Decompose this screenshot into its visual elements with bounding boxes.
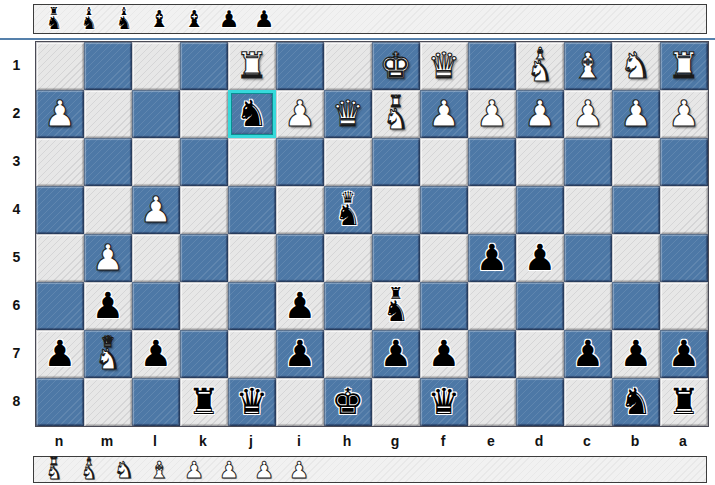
- black-pawn-piece[interactable]: ♟: [612, 330, 660, 378]
- square-c3[interactable]: [564, 138, 612, 186]
- square-d3[interactable]: [516, 138, 564, 186]
- square-k2[interactable]: [180, 90, 228, 138]
- white-archbishop-crown-glyph: ♝: [533, 47, 547, 60]
- white-pawn-piece[interactable]: ♟: [564, 90, 612, 138]
- square-d6[interactable]: [516, 282, 564, 330]
- square-n3[interactable]: [36, 138, 84, 186]
- square-g6[interactable]: ♜♞: [372, 282, 420, 330]
- file-label-l: l: [131, 428, 179, 454]
- square-n5[interactable]: [36, 234, 84, 282]
- square-m3[interactable]: [84, 138, 132, 186]
- black-chancellor-crown-glyph: ♜: [389, 287, 403, 300]
- square-c4[interactable]: [564, 186, 612, 234]
- black-archbishop-piece[interactable]: ♝♞: [74, 6, 104, 32]
- square-g5[interactable]: [372, 234, 420, 282]
- chess-board: ♜♚♛♝♞♝♞♜♟♞♟♛♜♞♟♟♟♟♟♟♟♛♞♟♟♟♟♟♜♞♟♛♞♟♟♟♟♟♟♟…: [35, 41, 709, 427]
- white-chancellor-piece[interactable]: ♜♞: [372, 90, 420, 138]
- square-e7[interactable]: [468, 330, 516, 378]
- black-pawn-piece[interactable]: ♟: [372, 330, 420, 378]
- black-pawn-piece[interactable]: ♟: [132, 330, 180, 378]
- square-b1[interactable]: ♞: [612, 42, 660, 90]
- square-e1[interactable]: [468, 42, 516, 90]
- square-c8[interactable]: [564, 378, 612, 426]
- square-j5[interactable]: [228, 234, 276, 282]
- square-n1[interactable]: [36, 42, 84, 90]
- square-g1[interactable]: ♚: [372, 42, 420, 90]
- square-e8[interactable]: [468, 378, 516, 426]
- square-i4[interactable]: [276, 186, 324, 234]
- white-rook-piece[interactable]: ♜: [660, 42, 708, 90]
- black-chancellor-piece[interactable]: ♜♞: [372, 282, 420, 330]
- square-h8[interactable]: ♚: [324, 378, 372, 426]
- square-e3[interactable]: [468, 138, 516, 186]
- square-m7[interactable]: ♛♞: [84, 330, 132, 378]
- square-g8[interactable]: [372, 378, 420, 426]
- square-i2[interactable]: ♟: [276, 90, 324, 138]
- white-knight-piece[interactable]: ♞: [612, 42, 660, 90]
- square-g4[interactable]: [372, 186, 420, 234]
- square-h1[interactable]: [324, 42, 372, 90]
- file-label-k: k: [179, 428, 227, 454]
- white-chancellor-crown-glyph: ♜: [389, 95, 403, 108]
- black-queen-piece[interactable]: ♛: [420, 378, 468, 426]
- white-pawn-piece[interactable]: ♟: [468, 90, 516, 138]
- white-pawn-piece[interactable]: ♟: [660, 90, 708, 138]
- black-pawn-piece[interactable]: ♟: [468, 234, 516, 282]
- rank-label-4: 4: [0, 185, 33, 233]
- square-a6[interactable]: [660, 282, 708, 330]
- square-k1[interactable]: [180, 42, 228, 90]
- square-l6[interactable]: [132, 282, 180, 330]
- square-i6[interactable]: ♟: [276, 282, 324, 330]
- square-d4[interactable]: [516, 186, 564, 234]
- square-a7[interactable]: ♟: [660, 330, 708, 378]
- rank-label-8: 8: [0, 377, 33, 425]
- square-l5[interactable]: [132, 234, 180, 282]
- square-k3[interactable]: [180, 138, 228, 186]
- black-pawn-piece[interactable]: ♟: [564, 330, 612, 378]
- file-label-d: d: [515, 428, 563, 454]
- file-label-m: m: [83, 428, 131, 454]
- white-pawn-piece[interactable]: ♟: [612, 90, 660, 138]
- square-f6[interactable]: [420, 282, 468, 330]
- rank-label-7: 7: [0, 329, 33, 377]
- square-g3[interactable]: [372, 138, 420, 186]
- square-m8[interactable]: [84, 378, 132, 426]
- white-pawn-piece[interactable]: ♟: [420, 90, 468, 138]
- square-h5[interactable]: [324, 234, 372, 282]
- white-queen-piece[interactable]: ♛: [420, 42, 468, 90]
- square-j7[interactable]: [228, 330, 276, 378]
- rank-label-6: 6: [0, 281, 33, 329]
- white-rook-piece[interactable]: ♜: [228, 42, 276, 90]
- white-bishop-piece[interactable]: ♝: [144, 457, 174, 483]
- square-a3[interactable]: [660, 138, 708, 186]
- square-n2[interactable]: ♟: [36, 90, 84, 138]
- square-f7[interactable]: ♟: [420, 330, 468, 378]
- black-chancellor-piece[interactable]: ♜♞: [39, 6, 69, 32]
- white-archbishop-body-glyph: ♞: [81, 464, 97, 482]
- square-f1[interactable]: ♛: [420, 42, 468, 90]
- file-label-g: g: [371, 428, 419, 454]
- square-k8[interactable]: ♜: [180, 378, 228, 426]
- square-b7[interactable]: ♟: [612, 330, 660, 378]
- square-e6[interactable]: [468, 282, 516, 330]
- file-label-i: i: [275, 428, 323, 454]
- white-queen-piece[interactable]: ♛: [324, 90, 372, 138]
- black-archbishop-body-glyph: ♞: [116, 14, 132, 32]
- square-g7[interactable]: ♟: [372, 330, 420, 378]
- white-archbishop-piece[interactable]: ♝♞: [516, 42, 564, 90]
- file-label-n: n: [35, 428, 83, 454]
- square-d2[interactable]: ♟: [516, 90, 564, 138]
- square-a2[interactable]: ♟: [660, 90, 708, 138]
- square-d8[interactable]: [516, 378, 564, 426]
- square-i5[interactable]: [276, 234, 324, 282]
- black-queen-piece[interactable]: ♛: [228, 378, 276, 426]
- file-label-b: b: [611, 428, 659, 454]
- square-k5[interactable]: [180, 234, 228, 282]
- square-l3[interactable]: [132, 138, 180, 186]
- square-c2[interactable]: ♟: [564, 90, 612, 138]
- black-king-piece[interactable]: ♚: [324, 378, 372, 426]
- black-rook-piece[interactable]: ♜: [180, 378, 228, 426]
- square-i3[interactable]: [276, 138, 324, 186]
- square-i7[interactable]: ♟: [276, 330, 324, 378]
- square-i8[interactable]: [276, 378, 324, 426]
- square-d1[interactable]: ♝♞: [516, 42, 564, 90]
- rank-label-2: 2: [0, 89, 33, 137]
- captured-white-pieces-tray: ♜♞♝♞♞♝♟♟♟♟: [33, 456, 707, 483]
- rank-labels: 12345678: [0, 41, 33, 425]
- square-c7[interactable]: ♟: [564, 330, 612, 378]
- file-label-c: c: [563, 428, 611, 454]
- white-amazon-crown-glyph: ♛: [101, 335, 115, 348]
- square-k7[interactable]: [180, 330, 228, 378]
- file-label-j: j: [227, 428, 275, 454]
- square-h4[interactable]: ♛♞: [324, 186, 372, 234]
- square-m6[interactable]: ♟: [84, 282, 132, 330]
- square-j3[interactable]: [228, 138, 276, 186]
- square-m1[interactable]: [84, 42, 132, 90]
- square-h3[interactable]: [324, 138, 372, 186]
- file-label-h: h: [323, 428, 371, 454]
- square-m4[interactable]: [84, 186, 132, 234]
- white-pawn-piece[interactable]: ♟: [284, 457, 314, 483]
- white-chancellor-body-glyph: ♞: [46, 464, 62, 482]
- file-labels: nmlkjihgfedcba: [35, 428, 707, 454]
- black-chancellor-body-glyph: ♞: [46, 14, 62, 32]
- white-amazon-piece[interactable]: ♛♞: [84, 330, 132, 378]
- square-k6[interactable]: [180, 282, 228, 330]
- black-pawn-piece[interactable]: ♟: [660, 330, 708, 378]
- black-rook-piece[interactable]: ♜: [660, 378, 708, 426]
- white-knight-piece[interactable]: ♞: [109, 457, 139, 483]
- square-d7[interactable]: [516, 330, 564, 378]
- square-a1[interactable]: ♜: [660, 42, 708, 90]
- square-h2[interactable]: ♛: [324, 90, 372, 138]
- square-l2[interactable]: [132, 90, 180, 138]
- black-pawn-piece[interactable]: ♟: [276, 282, 324, 330]
- square-n8[interactable]: [36, 378, 84, 426]
- square-e2[interactable]: ♟: [468, 90, 516, 138]
- square-n7[interactable]: ♟: [36, 330, 84, 378]
- square-l1[interactable]: [132, 42, 180, 90]
- square-m5[interactable]: ♟: [84, 234, 132, 282]
- square-c5[interactable]: [564, 234, 612, 282]
- square-i1[interactable]: [276, 42, 324, 90]
- file-label-f: f: [419, 428, 467, 454]
- black-amazon-piece[interactable]: ♛♞: [324, 186, 372, 234]
- white-pawn-piece[interactable]: ♟: [36, 90, 84, 138]
- black-pawn-piece[interactable]: ♟: [84, 282, 132, 330]
- square-n4[interactable]: [36, 186, 84, 234]
- square-b8[interactable]: ♞: [612, 378, 660, 426]
- white-king-piece[interactable]: ♚: [372, 42, 420, 90]
- square-k4[interactable]: [180, 186, 228, 234]
- square-f4[interactable]: [420, 186, 468, 234]
- rank-label-1: 1: [0, 41, 33, 89]
- square-l7[interactable]: ♟: [132, 330, 180, 378]
- square-a8[interactable]: ♜: [660, 378, 708, 426]
- white-pawn-piece[interactable]: ♟: [516, 90, 564, 138]
- black-pawn-piece[interactable]: ♟: [214, 6, 244, 32]
- square-j8[interactable]: ♛: [228, 378, 276, 426]
- black-bishop-piece[interactable]: ♝: [144, 6, 174, 32]
- square-f2[interactable]: ♟: [420, 90, 468, 138]
- square-a4[interactable]: [660, 186, 708, 234]
- square-f8[interactable]: ♛: [420, 378, 468, 426]
- black-knight-piece[interactable]: ♞: [228, 90, 276, 138]
- square-b5[interactable]: [612, 234, 660, 282]
- white-pawn-piece[interactable]: ♟: [179, 457, 209, 483]
- black-pawn-piece[interactable]: ♟: [420, 330, 468, 378]
- square-c1[interactable]: ♝: [564, 42, 612, 90]
- square-g2[interactable]: ♜♞: [372, 90, 420, 138]
- rank-label-3: 3: [0, 137, 33, 185]
- white-pawn-piece[interactable]: ♟: [276, 90, 324, 138]
- black-knight-piece[interactable]: ♞: [612, 378, 660, 426]
- white-bishop-piece[interactable]: ♝: [564, 42, 612, 90]
- square-h6[interactable]: [324, 282, 372, 330]
- square-d5[interactable]: ♟: [516, 234, 564, 282]
- square-m2[interactable]: [84, 90, 132, 138]
- square-e5[interactable]: ♟: [468, 234, 516, 282]
- black-archbishop-piece[interactable]: ♝♞: [109, 6, 139, 32]
- file-label-e: e: [467, 428, 515, 454]
- square-n6[interactable]: [36, 282, 84, 330]
- white-pawn-piece[interactable]: ♟: [132, 186, 180, 234]
- square-b3[interactable]: [612, 138, 660, 186]
- file-label-a: a: [659, 428, 707, 454]
- square-e4[interactable]: [468, 186, 516, 234]
- white-pawn-piece[interactable]: ♟: [84, 234, 132, 282]
- black-pawn-piece[interactable]: ♟: [249, 6, 279, 32]
- black-amazon-crown-glyph: ♛: [341, 191, 355, 204]
- square-b2[interactable]: ♟: [612, 90, 660, 138]
- square-j4[interactable]: [228, 186, 276, 234]
- black-pawn-piece[interactable]: ♟: [36, 330, 84, 378]
- square-l8[interactable]: [132, 378, 180, 426]
- square-j6[interactable]: [228, 282, 276, 330]
- square-j2[interactable]: ♞: [228, 90, 276, 138]
- white-archbishop-piece[interactable]: ♝♞: [74, 457, 104, 483]
- captured-black-pieces-tray: ♜♞♝♞♝♞♝♝♟♟: [33, 4, 707, 34]
- rank-label-5: 5: [0, 233, 33, 281]
- square-h7[interactable]: [324, 330, 372, 378]
- black-pawn-piece[interactable]: ♟: [276, 330, 324, 378]
- white-chancellor-piece[interactable]: ♜♞: [39, 457, 69, 483]
- white-pawn-piece[interactable]: ♟: [249, 457, 279, 483]
- white-pawn-piece[interactable]: ♟: [214, 457, 244, 483]
- black-bishop-piece[interactable]: ♝: [179, 6, 209, 32]
- square-c6[interactable]: [564, 282, 612, 330]
- black-pawn-piece[interactable]: ♟: [516, 234, 564, 282]
- square-b4[interactable]: [612, 186, 660, 234]
- square-f3[interactable]: [420, 138, 468, 186]
- square-b6[interactable]: [612, 282, 660, 330]
- black-archbishop-body-glyph: ♞: [81, 14, 97, 32]
- square-l4[interactable]: ♟: [132, 186, 180, 234]
- square-j1[interactable]: ♜: [228, 42, 276, 90]
- board-top-border-rule: [0, 38, 715, 40]
- square-f5[interactable]: [420, 234, 468, 282]
- square-a5[interactable]: [660, 234, 708, 282]
